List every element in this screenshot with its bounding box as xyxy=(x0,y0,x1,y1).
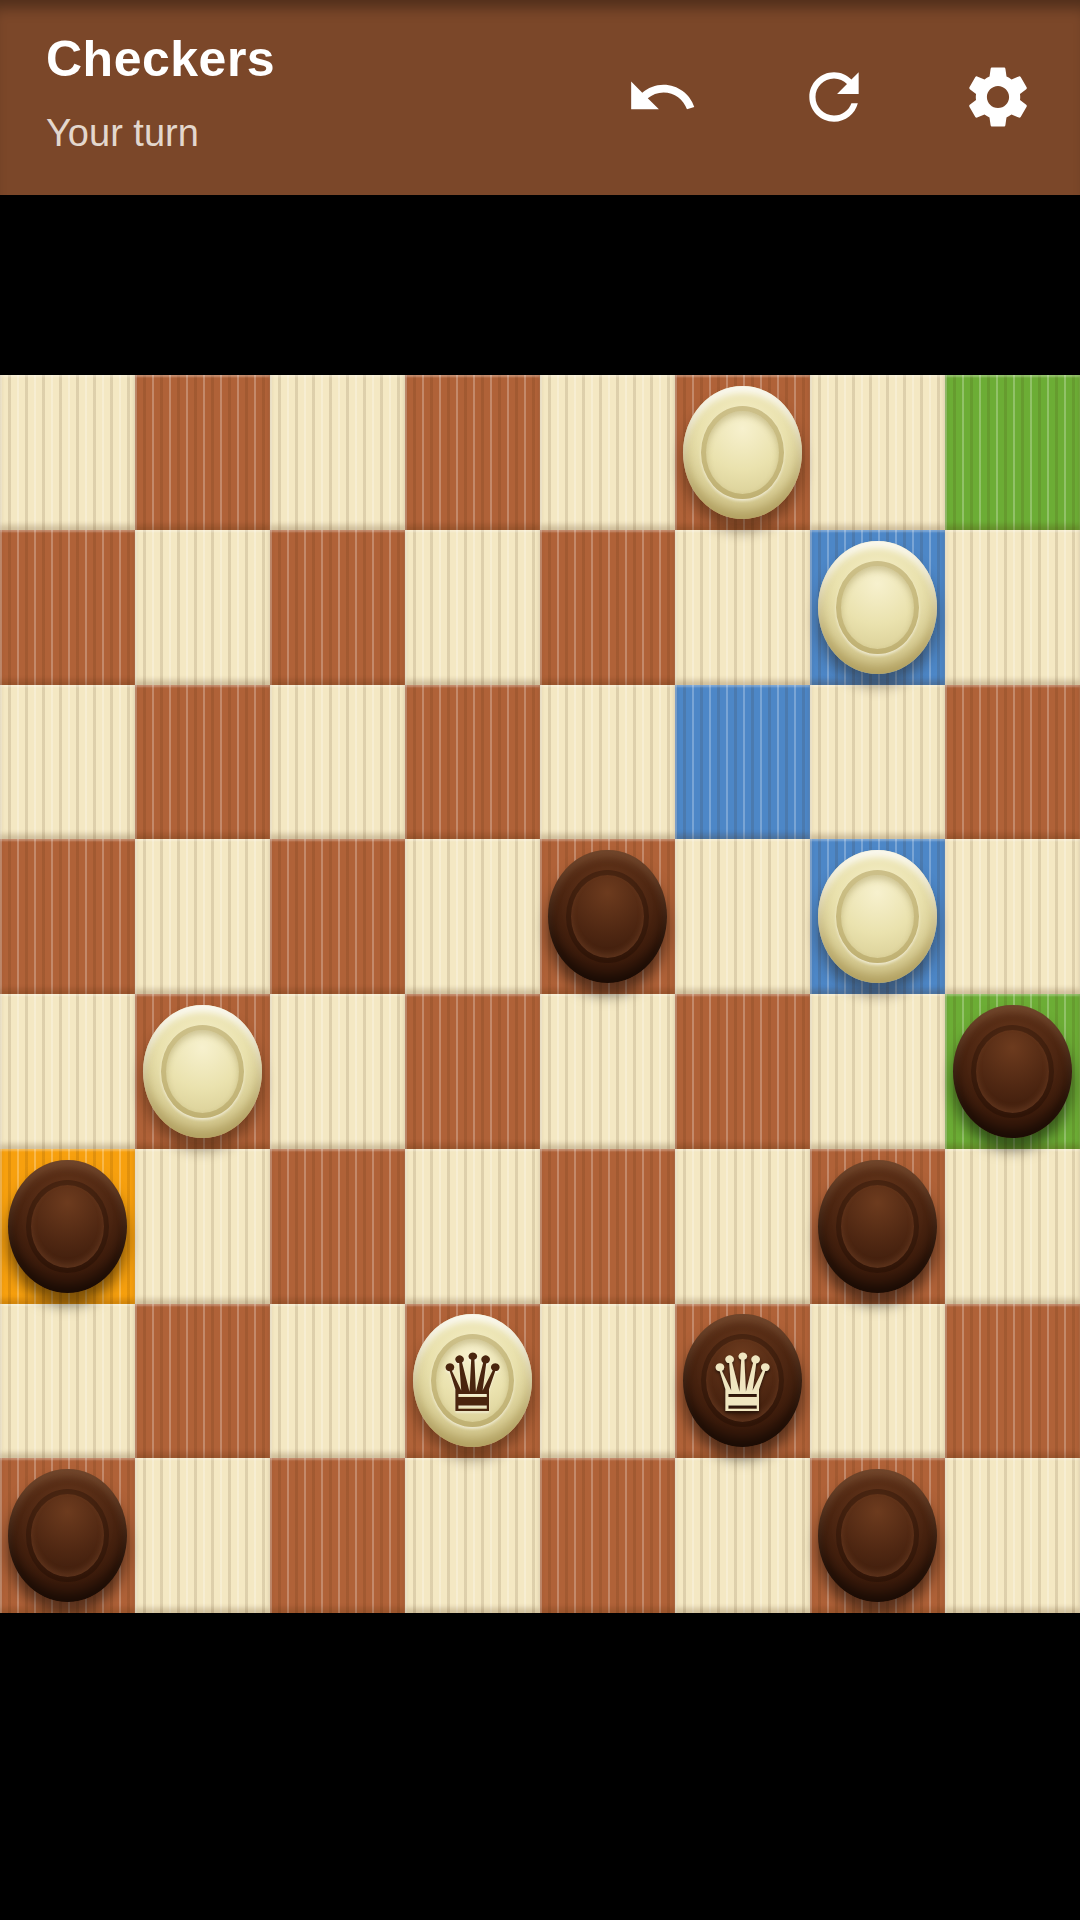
square-r4c7[interactable] xyxy=(945,994,1080,1149)
dark-man[interactable] xyxy=(548,850,667,983)
square-r5c2[interactable] xyxy=(270,1149,405,1304)
square-r2c6[interactable] xyxy=(810,685,945,840)
square-r2c1[interactable] xyxy=(135,685,270,840)
square-r3c0[interactable] xyxy=(0,839,135,994)
square-r1c2[interactable] xyxy=(270,530,405,685)
square-r5c3[interactable] xyxy=(405,1149,540,1304)
app-title: Checkers xyxy=(46,30,275,88)
redo-icon xyxy=(797,60,871,134)
square-r6c4[interactable] xyxy=(540,1304,675,1459)
undo-icon xyxy=(625,60,699,134)
square-r7c7[interactable] xyxy=(945,1458,1080,1613)
white-king[interactable]: ♛ xyxy=(413,1314,532,1447)
square-r3c3[interactable] xyxy=(405,839,540,994)
square-r6c5[interactable]: ♛ xyxy=(675,1304,810,1459)
square-r5c0[interactable] xyxy=(0,1149,135,1304)
dark-man[interactable] xyxy=(818,1469,937,1602)
square-r0c0[interactable] xyxy=(0,375,135,530)
square-r5c6[interactable] xyxy=(810,1149,945,1304)
square-r3c2[interactable] xyxy=(270,839,405,994)
square-r3c5[interactable] xyxy=(675,839,810,994)
turn-status: Your turn xyxy=(46,112,199,155)
square-r6c6[interactable] xyxy=(810,1304,945,1459)
square-r3c4[interactable] xyxy=(540,839,675,994)
square-r3c1[interactable] xyxy=(135,839,270,994)
board: ♛♛ xyxy=(0,375,1080,1613)
settings-button[interactable] xyxy=(956,55,1040,139)
white-man[interactable] xyxy=(683,386,802,519)
dark-man[interactable] xyxy=(8,1469,127,1602)
white-man[interactable] xyxy=(818,850,937,983)
square-r7c1[interactable] xyxy=(135,1458,270,1613)
redo-button[interactable] xyxy=(792,55,876,139)
square-r7c0[interactable] xyxy=(0,1458,135,1613)
square-r0c5[interactable] xyxy=(675,375,810,530)
square-r6c3[interactable]: ♛ xyxy=(405,1304,540,1459)
square-r0c4[interactable] xyxy=(540,375,675,530)
white-man[interactable] xyxy=(818,541,937,674)
square-r2c3[interactable] xyxy=(405,685,540,840)
square-r2c4[interactable] xyxy=(540,685,675,840)
dark-king[interactable]: ♛ xyxy=(683,1314,802,1447)
square-r7c6[interactable] xyxy=(810,1458,945,1613)
square-r5c1[interactable] xyxy=(135,1149,270,1304)
king-crown-icon: ♛ xyxy=(437,1344,509,1424)
square-r4c6[interactable] xyxy=(810,994,945,1149)
square-r0c3[interactable] xyxy=(405,375,540,530)
square-r6c2[interactable] xyxy=(270,1304,405,1459)
square-r6c0[interactable] xyxy=(0,1304,135,1459)
square-r6c7[interactable] xyxy=(945,1304,1080,1459)
dark-man[interactable] xyxy=(953,1005,1072,1138)
square-r2c2[interactable] xyxy=(270,685,405,840)
square-r0c2[interactable] xyxy=(270,375,405,530)
square-r4c4[interactable] xyxy=(540,994,675,1149)
square-r3c7[interactable] xyxy=(945,839,1080,994)
square-r3c6[interactable] xyxy=(810,839,945,994)
square-r4c5[interactable] xyxy=(675,994,810,1149)
square-r4c2[interactable] xyxy=(270,994,405,1149)
square-r7c2[interactable] xyxy=(270,1458,405,1613)
square-r4c1[interactable] xyxy=(135,994,270,1149)
square-r4c3[interactable] xyxy=(405,994,540,1149)
square-r7c4[interactable] xyxy=(540,1458,675,1613)
dark-man[interactable] xyxy=(8,1160,127,1293)
app-bar: Checkers Your turn xyxy=(0,0,1080,195)
square-r2c0[interactable] xyxy=(0,685,135,840)
square-r5c5[interactable] xyxy=(675,1149,810,1304)
dark-man[interactable] xyxy=(818,1160,937,1293)
square-r0c1[interactable] xyxy=(135,375,270,530)
square-r1c0[interactable] xyxy=(0,530,135,685)
white-man[interactable] xyxy=(143,1005,262,1138)
square-r1c7[interactable] xyxy=(945,530,1080,685)
square-r7c5[interactable] xyxy=(675,1458,810,1613)
square-r5c4[interactable] xyxy=(540,1149,675,1304)
undo-button[interactable] xyxy=(620,55,704,139)
square-r1c6[interactable] xyxy=(810,530,945,685)
square-r1c1[interactable] xyxy=(135,530,270,685)
square-r1c4[interactable] xyxy=(540,530,675,685)
square-r1c3[interactable] xyxy=(405,530,540,685)
square-r0c6[interactable] xyxy=(810,375,945,530)
square-r1c5[interactable] xyxy=(675,530,810,685)
square-r2c5[interactable] xyxy=(675,685,810,840)
square-r4c0[interactable] xyxy=(0,994,135,1149)
square-r2c7[interactable] xyxy=(945,685,1080,840)
king-crown-icon: ♛ xyxy=(707,1344,779,1424)
square-r0c7[interactable] xyxy=(945,375,1080,530)
gear-icon xyxy=(961,60,1035,134)
square-r7c3[interactable] xyxy=(405,1458,540,1613)
square-r6c1[interactable] xyxy=(135,1304,270,1459)
square-r5c7[interactable] xyxy=(945,1149,1080,1304)
